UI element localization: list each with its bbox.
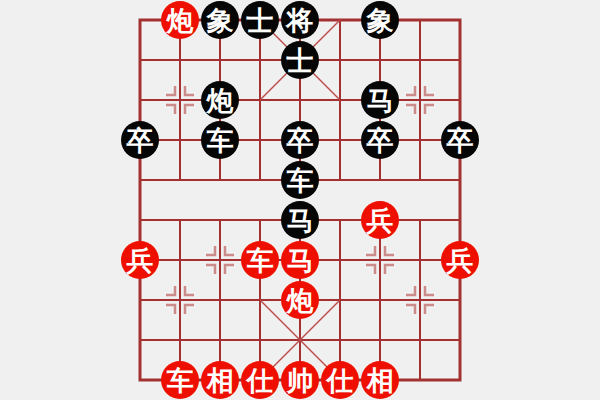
piece-black-cannon[interactable]: 炮 (201, 81, 239, 119)
piece-black-elephant[interactable]: 象 (201, 1, 239, 39)
piece-red-general[interactable]: 帅 (281, 361, 319, 399)
piece-red-advisor[interactable]: 仕 (321, 361, 359, 399)
piece-red-cannon[interactable]: 炮 (281, 281, 319, 319)
piece-black-pawn[interactable]: 卒 (121, 121, 159, 159)
piece-red-elephant[interactable]: 相 (201, 361, 239, 399)
piece-black-advisor[interactable]: 士 (241, 1, 279, 39)
piece-red-horse[interactable]: 马 (281, 241, 319, 279)
piece-black-horse[interactable]: 马 (281, 201, 319, 239)
piece-black-advisor[interactable]: 士 (281, 41, 319, 79)
piece-black-elephant[interactable]: 象 (361, 1, 399, 39)
piece-black-horse[interactable]: 马 (361, 81, 399, 119)
piece-red-pawn[interactable]: 兵 (441, 241, 479, 279)
pieces-layer: 炮象士将象士炮马卒车卒卒卒车马兵兵车马兵炮车相仕帅仕相 (0, 0, 600, 400)
piece-red-pawn[interactable]: 兵 (121, 241, 159, 279)
piece-black-general[interactable]: 将 (281, 1, 319, 39)
piece-red-cannon[interactable]: 炮 (161, 1, 199, 39)
piece-black-pawn[interactable]: 卒 (281, 121, 319, 159)
piece-red-advisor[interactable]: 仕 (241, 361, 279, 399)
piece-red-elephant[interactable]: 相 (361, 361, 399, 399)
piece-black-pawn[interactable]: 卒 (441, 121, 479, 159)
xiangqi-app: 炮象士将象士炮马卒车卒卒卒车马兵兵车马兵炮车相仕帅仕相 (0, 0, 600, 400)
piece-black-chariot[interactable]: 车 (281, 161, 319, 199)
piece-black-pawn[interactable]: 卒 (361, 121, 399, 159)
piece-red-chariot[interactable]: 车 (161, 361, 199, 399)
piece-red-chariot[interactable]: 车 (241, 241, 279, 279)
piece-black-chariot[interactable]: 车 (201, 121, 239, 159)
piece-red-pawn[interactable]: 兵 (361, 201, 399, 239)
